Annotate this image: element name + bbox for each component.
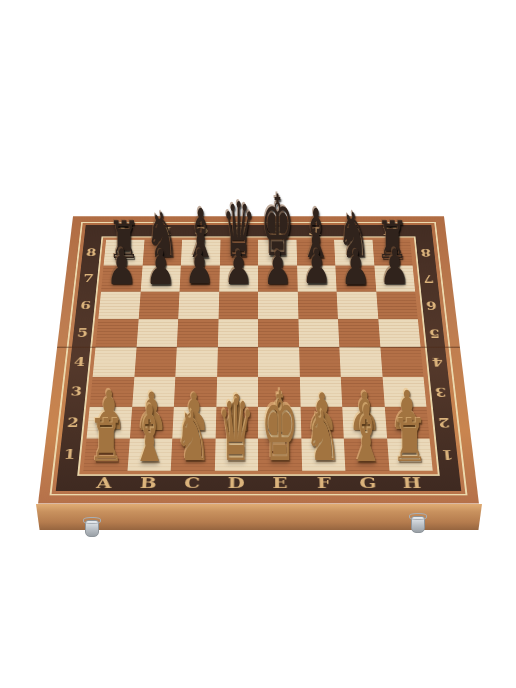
coordinate-label: 5	[423, 319, 446, 347]
square-d8[interactable]	[219, 240, 258, 266]
square-f6[interactable]	[297, 292, 338, 319]
square-h3[interactable]	[382, 376, 426, 406]
square-g2[interactable]	[342, 407, 386, 438]
coordinate-label: 6	[420, 292, 443, 319]
coordinate-label: 7	[77, 265, 99, 291]
coordinate-label: D	[220, 225, 258, 237]
square-a5[interactable]	[96, 319, 139, 347]
square-a7[interactable]	[101, 265, 142, 291]
square-e7[interactable]	[258, 265, 297, 291]
square-b8[interactable]	[142, 240, 182, 266]
coordinate-label: E	[258, 225, 296, 237]
square-f5[interactable]	[298, 319, 339, 347]
square-e4[interactable]	[258, 347, 299, 376]
square-g5[interactable]	[338, 319, 380, 347]
square-b1[interactable]	[127, 438, 172, 471]
coordinate-label: 4	[426, 347, 449, 376]
square-b3[interactable]	[132, 376, 176, 406]
square-h4[interactable]	[380, 347, 423, 376]
coordinate-label: A	[81, 474, 126, 490]
square-e1[interactable]	[258, 438, 302, 471]
coordinate-label: D	[214, 474, 258, 490]
coordinate-label: C	[182, 225, 220, 237]
coordinate-label: G	[333, 225, 372, 237]
square-h1[interactable]	[387, 438, 433, 471]
square-d1[interactable]	[214, 438, 258, 471]
coordinate-label: F	[296, 225, 334, 237]
square-e8[interactable]	[258, 240, 297, 266]
square-a1[interactable]	[83, 438, 129, 471]
square-b7[interactable]	[140, 265, 181, 291]
square-c6[interactable]	[178, 292, 219, 319]
square-e6[interactable]	[258, 292, 298, 319]
square-f1[interactable]	[301, 438, 345, 471]
square-d6[interactable]	[218, 292, 258, 319]
square-e5[interactable]	[258, 319, 299, 347]
square-f2[interactable]	[300, 407, 344, 438]
square-a4[interactable]	[93, 347, 137, 376]
coordinate-label: F	[302, 474, 347, 490]
chess-set-photo: 87654321 87654321 ABCDEFGH ABCDEFGH ♜♞♝♛…	[0, 0, 516, 688]
square-h6[interactable]	[376, 292, 418, 319]
metal-clasp-icon	[85, 520, 99, 537]
square-c4[interactable]	[175, 347, 217, 376]
square-h2[interactable]	[384, 407, 429, 438]
coordinate-label: 4	[68, 347, 91, 376]
square-g7[interactable]	[335, 265, 376, 291]
coordinate-label: 1	[57, 438, 82, 471]
square-f7[interactable]	[297, 265, 337, 291]
square-h7[interactable]	[374, 265, 415, 291]
coordinate-label: 8	[80, 240, 102, 266]
coordinate-label: 5	[71, 319, 94, 347]
square-c1[interactable]	[171, 438, 215, 471]
file-labels-top: ABCDEFGH	[106, 225, 409, 237]
square-f3[interactable]	[299, 376, 342, 406]
square-g8[interactable]	[334, 240, 374, 266]
square-a3[interactable]	[90, 376, 134, 406]
coordinate-label: A	[106, 225, 145, 237]
metal-clasp-icon	[411, 516, 425, 533]
coordinate-label: 1	[435, 438, 460, 471]
square-b6[interactable]	[138, 292, 179, 319]
square-g3[interactable]	[341, 376, 385, 406]
square-c2[interactable]	[172, 407, 216, 438]
square-d2[interactable]	[215, 407, 258, 438]
square-g1[interactable]	[344, 438, 389, 471]
square-a8[interactable]	[104, 240, 145, 266]
square-e3[interactable]	[258, 376, 300, 406]
coordinate-label: 3	[429, 376, 453, 406]
board-fold-seam	[57, 347, 460, 348]
square-h8[interactable]	[372, 240, 412, 266]
square-b2[interactable]	[129, 407, 173, 438]
coordinate-label: B	[126, 474, 171, 490]
square-d4[interactable]	[217, 347, 258, 376]
square-c3[interactable]	[174, 376, 217, 406]
coordinate-label: 3	[64, 376, 88, 406]
square-c7[interactable]	[180, 265, 220, 291]
coordinate-label: 7	[418, 265, 440, 291]
board-grid	[83, 240, 432, 471]
square-d7[interactable]	[219, 265, 258, 291]
coordinate-label: 2	[432, 407, 456, 438]
file-labels-bottom: ABCDEFGH	[81, 474, 434, 490]
square-f8[interactable]	[296, 240, 335, 266]
square-a2[interactable]	[87, 407, 132, 438]
chess-board: 87654321 87654321 ABCDEFGH ABCDEFGH	[38, 216, 479, 503]
coordinate-label: H	[389, 474, 434, 490]
square-c5[interactable]	[177, 319, 218, 347]
coordinate-label: 6	[74, 292, 97, 319]
square-a6[interactable]	[98, 292, 140, 319]
square-g6[interactable]	[337, 292, 378, 319]
coordinate-label: H	[371, 225, 410, 237]
coordinate-label: 8	[415, 240, 437, 266]
square-b5[interactable]	[136, 319, 178, 347]
coordinate-label: B	[144, 225, 183, 237]
square-b4[interactable]	[134, 347, 177, 376]
coordinate-label: C	[170, 474, 215, 490]
square-f4[interactable]	[299, 347, 341, 376]
square-d3[interactable]	[216, 376, 258, 406]
coordinate-label: E	[258, 474, 302, 490]
square-c8[interactable]	[181, 240, 220, 266]
coordinate-label: 2	[61, 407, 85, 438]
coordinate-label: G	[346, 474, 391, 490]
square-e2[interactable]	[258, 407, 301, 438]
square-h5[interactable]	[378, 319, 421, 347]
square-g4[interactable]	[339, 347, 382, 376]
square-d5[interactable]	[217, 319, 258, 347]
